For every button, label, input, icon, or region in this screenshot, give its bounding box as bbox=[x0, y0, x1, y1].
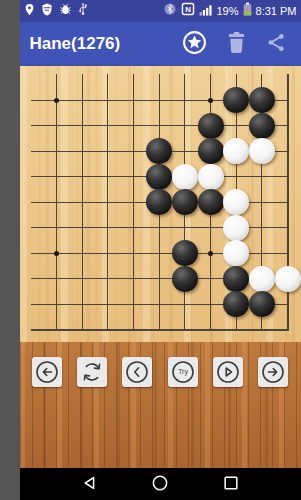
battery-icon bbox=[243, 2, 252, 20]
star-point bbox=[54, 251, 59, 256]
black-stone bbox=[198, 113, 224, 139]
white-stone bbox=[223, 138, 249, 164]
try-button[interactable]: Try bbox=[168, 357, 198, 387]
move-controls: Try bbox=[20, 357, 301, 387]
app-bar-actions bbox=[182, 30, 291, 59]
home-button[interactable] bbox=[150, 473, 170, 496]
favorite-star-button[interactable] bbox=[182, 30, 207, 59]
svg-text:N: N bbox=[185, 5, 191, 14]
status-left-icons bbox=[24, 2, 88, 20]
next-move-button[interactable] bbox=[213, 357, 243, 387]
black-stone bbox=[146, 138, 172, 164]
delete-button[interactable] bbox=[226, 31, 247, 58]
go-to-start-button[interactable] bbox=[32, 357, 62, 387]
black-stone bbox=[249, 87, 275, 113]
share-button[interactable] bbox=[266, 32, 287, 57]
status-right-icons: N 19% 8:31 PM bbox=[163, 0, 297, 22]
bug-icon bbox=[59, 2, 72, 20]
white-stone bbox=[223, 240, 249, 266]
usb-icon bbox=[78, 2, 88, 20]
black-stone bbox=[249, 113, 275, 139]
black-stone bbox=[146, 189, 172, 215]
star-point bbox=[208, 98, 213, 103]
android-nav-bar bbox=[20, 468, 301, 500]
black-stone bbox=[172, 189, 198, 215]
white-stone bbox=[223, 215, 249, 241]
grid-line-horizontal bbox=[31, 227, 289, 228]
app-bar: Hane(1276) bbox=[20, 22, 301, 66]
home-icon bbox=[150, 473, 170, 496]
recents-icon bbox=[221, 473, 241, 496]
recents-button[interactable] bbox=[221, 473, 241, 496]
grid-line-horizontal bbox=[31, 253, 289, 254]
signal-icon bbox=[199, 2, 213, 20]
white-stone bbox=[198, 164, 224, 190]
reset-button[interactable] bbox=[77, 357, 107, 387]
location-icon bbox=[24, 2, 35, 20]
control-tray: Try bbox=[20, 342, 301, 468]
black-stone bbox=[249, 291, 275, 317]
black-stone bbox=[198, 189, 224, 215]
battery-percent: 19% bbox=[217, 0, 239, 22]
black-stone bbox=[146, 164, 172, 190]
grid-line-horizontal bbox=[31, 329, 289, 331]
bluetooth-icon bbox=[163, 2, 177, 20]
black-stone bbox=[172, 240, 198, 266]
white-stone bbox=[275, 266, 301, 292]
status-bar: N 19% 8:31 PM bbox=[20, 0, 301, 22]
star-point bbox=[54, 98, 59, 103]
black-stone bbox=[223, 266, 249, 292]
back-button[interactable] bbox=[79, 473, 99, 496]
page-title: Hane(1276) bbox=[30, 34, 182, 54]
go-board[interactable] bbox=[20, 66, 301, 342]
prev-move-button[interactable] bbox=[122, 357, 152, 387]
go-to-end-button[interactable] bbox=[258, 357, 288, 387]
white-stone bbox=[223, 189, 249, 215]
nfc-icon: N bbox=[181, 2, 195, 20]
black-stone bbox=[223, 291, 249, 317]
star-point bbox=[208, 251, 213, 256]
shield-icon bbox=[41, 2, 53, 20]
try-button-label: Try bbox=[178, 368, 188, 376]
white-stone bbox=[249, 266, 275, 292]
white-stone bbox=[172, 164, 198, 190]
phone-screen: N 19% 8:31 PM Hane(1276) bbox=[20, 0, 301, 500]
white-stone bbox=[249, 138, 275, 164]
clock-text: 8:31 PM bbox=[256, 0, 297, 22]
black-stone bbox=[198, 138, 224, 164]
black-stone bbox=[172, 266, 198, 292]
back-icon bbox=[79, 473, 99, 496]
black-stone bbox=[223, 87, 249, 113]
